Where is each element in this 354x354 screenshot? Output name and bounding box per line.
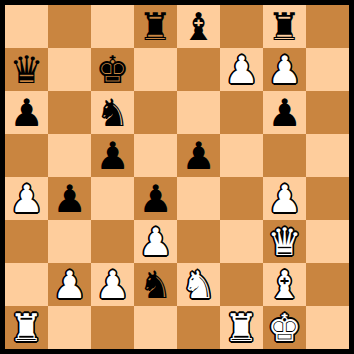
- square-d6[interactable]: [134, 91, 177, 134]
- square-b1[interactable]: [48, 306, 91, 349]
- square-a6[interactable]: ♟: [5, 91, 48, 134]
- black-king-c7: ♚: [95, 51, 129, 89]
- white-bishop-g2: ♝: [267, 266, 301, 304]
- square-h5[interactable]: [306, 134, 349, 177]
- square-g7[interactable]: ♟: [263, 48, 306, 91]
- square-h7[interactable]: [306, 48, 349, 91]
- square-g2[interactable]: ♝: [263, 263, 306, 306]
- square-f8[interactable]: [220, 5, 263, 48]
- square-b4[interactable]: ♟: [48, 177, 91, 220]
- square-b5[interactable]: [48, 134, 91, 177]
- black-knight-d2: ♞: [138, 266, 172, 304]
- square-h6[interactable]: [306, 91, 349, 134]
- white-knight-e2: ♞: [181, 266, 215, 304]
- square-h3[interactable]: [306, 220, 349, 263]
- square-a8[interactable]: [5, 5, 48, 48]
- square-d1[interactable]: [134, 306, 177, 349]
- black-bishop-e8: ♝: [181, 8, 215, 46]
- square-d3[interactable]: ♟: [134, 220, 177, 263]
- square-c8[interactable]: [91, 5, 134, 48]
- square-d4[interactable]: ♟: [134, 177, 177, 220]
- white-pawn-g7: ♟: [267, 51, 301, 89]
- square-e7[interactable]: [177, 48, 220, 91]
- square-c2[interactable]: ♟: [91, 263, 134, 306]
- square-e2[interactable]: ♞: [177, 263, 220, 306]
- square-d8[interactable]: ♜: [134, 5, 177, 48]
- square-g6[interactable]: ♟: [263, 91, 306, 134]
- square-a2[interactable]: [5, 263, 48, 306]
- square-c5[interactable]: ♟: [91, 134, 134, 177]
- square-c4[interactable]: [91, 177, 134, 220]
- square-b8[interactable]: [48, 5, 91, 48]
- white-pawn-b2: ♟: [52, 266, 86, 304]
- white-king-g1: ♚: [267, 309, 301, 347]
- white-pawn-g4: ♟: [267, 180, 301, 218]
- square-b6[interactable]: [48, 91, 91, 134]
- square-e3[interactable]: [177, 220, 220, 263]
- black-pawn-e5: ♟: [181, 137, 215, 175]
- square-e5[interactable]: ♟: [177, 134, 220, 177]
- white-pawn-d3: ♟: [138, 223, 172, 261]
- black-pawn-d4: ♟: [138, 180, 172, 218]
- square-h1[interactable]: [306, 306, 349, 349]
- black-pawn-c5: ♟: [95, 137, 129, 175]
- square-h4[interactable]: [306, 177, 349, 220]
- square-g8[interactable]: ♜: [263, 5, 306, 48]
- square-d2[interactable]: ♞: [134, 263, 177, 306]
- black-pawn-a6: ♟: [9, 94, 43, 132]
- square-f4[interactable]: [220, 177, 263, 220]
- square-e8[interactable]: ♝: [177, 5, 220, 48]
- square-c1[interactable]: [91, 306, 134, 349]
- square-g5[interactable]: [263, 134, 306, 177]
- square-a7[interactable]: ♛: [5, 48, 48, 91]
- square-b7[interactable]: [48, 48, 91, 91]
- square-f2[interactable]: [220, 263, 263, 306]
- square-f1[interactable]: ♜: [220, 306, 263, 349]
- square-f6[interactable]: [220, 91, 263, 134]
- square-e6[interactable]: [177, 91, 220, 134]
- square-d7[interactable]: [134, 48, 177, 91]
- square-c6[interactable]: ♞: [91, 91, 134, 134]
- white-queen-g3: ♛: [267, 223, 301, 261]
- white-rook-a1: ♜: [9, 309, 43, 347]
- square-f3[interactable]: [220, 220, 263, 263]
- square-h2[interactable]: [306, 263, 349, 306]
- white-pawn-a4: ♟: [9, 180, 43, 218]
- black-rook-g8: ♜: [267, 8, 301, 46]
- square-g1[interactable]: ♚: [263, 306, 306, 349]
- black-pawn-g6: ♟: [267, 94, 301, 132]
- square-f5[interactable]: [220, 134, 263, 177]
- square-h8[interactable]: [306, 5, 349, 48]
- square-g3[interactable]: ♛: [263, 220, 306, 263]
- black-knight-c6: ♞: [95, 94, 129, 132]
- square-c7[interactable]: ♚: [91, 48, 134, 91]
- square-a4[interactable]: ♟: [5, 177, 48, 220]
- square-g4[interactable]: ♟: [263, 177, 306, 220]
- black-rook-d8: ♜: [138, 8, 172, 46]
- square-f7[interactable]: ♟: [220, 48, 263, 91]
- square-b3[interactable]: [48, 220, 91, 263]
- black-queen-a7: ♛: [9, 51, 43, 89]
- square-c3[interactable]: [91, 220, 134, 263]
- white-pawn-c2: ♟: [95, 266, 129, 304]
- square-a3[interactable]: [5, 220, 48, 263]
- white-pawn-f7: ♟: [224, 51, 258, 89]
- square-a5[interactable]: [5, 134, 48, 177]
- white-rook-f1: ♜: [224, 309, 258, 347]
- black-pawn-b4: ♟: [52, 180, 86, 218]
- square-e4[interactable]: [177, 177, 220, 220]
- chess-board: ♜♝♜♛♚♟♟♟♞♟♟♟♟♟♟♟♟♛♟♟♞♞♝♜♜♚: [0, 0, 354, 354]
- square-b2[interactable]: ♟: [48, 263, 91, 306]
- square-d5[interactable]: [134, 134, 177, 177]
- square-e1[interactable]: [177, 306, 220, 349]
- square-a1[interactable]: ♜: [5, 306, 48, 349]
